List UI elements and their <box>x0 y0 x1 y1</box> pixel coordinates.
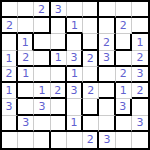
cell-r5c3[interactable] <box>34 67 50 83</box>
cell-r4c8[interactable] <box>116 51 132 67</box>
given-digit: 2 <box>87 85 94 96</box>
cell-r8c6[interactable] <box>83 116 99 132</box>
cell-r9c5[interactable] <box>67 132 83 148</box>
cell-r5c6[interactable] <box>83 67 99 83</box>
cell-r4c9[interactable]: 2 <box>132 51 148 67</box>
cell-r4c4[interactable]: 1 <box>51 51 67 67</box>
cell-r3c6[interactable] <box>83 34 99 50</box>
given-digit: 1 <box>136 37 143 48</box>
given-digit: 3 <box>22 117 29 128</box>
given-digit: 3 <box>55 4 62 15</box>
cell-r3c2[interactable]: 1 <box>18 34 34 50</box>
given-digit: 3 <box>103 52 110 63</box>
cell-r3c1[interactable] <box>2 34 18 50</box>
cell-r9c3[interactable] <box>34 132 50 148</box>
cell-r3c8[interactable] <box>116 34 132 50</box>
cell-r7c6[interactable] <box>83 99 99 115</box>
cell-r6c8[interactable]: 1 <box>116 83 132 99</box>
cell-r6c2[interactable] <box>18 83 34 99</box>
cell-r2c3[interactable] <box>34 18 50 34</box>
cell-r8c9[interactable]: 3 <box>132 116 148 132</box>
cell-r1c1[interactable] <box>2 2 18 18</box>
given-digit: 1 <box>55 52 62 63</box>
given-digit: 1 <box>120 85 127 96</box>
given-digit: 2 <box>87 134 94 145</box>
cell-r1c3[interactable]: 2 <box>34 2 50 18</box>
cell-r1c9[interactable] <box>132 2 148 18</box>
cell-r2c5[interactable]: 1 <box>67 18 83 34</box>
cell-r6c5[interactable]: 3 <box>67 83 83 99</box>
cell-r5c4[interactable] <box>51 67 67 83</box>
cell-r7c3[interactable]: 3 <box>34 99 50 115</box>
cell-r9c9[interactable] <box>132 132 148 148</box>
cell-r2c8[interactable]: 2 <box>116 18 132 34</box>
cell-r1c4[interactable]: 3 <box>51 2 67 18</box>
cell-r9c2[interactable] <box>18 132 34 148</box>
cell-r5c1[interactable]: 2 <box>2 67 18 83</box>
given-digit: 1 <box>6 53 13 64</box>
cell-r2c1[interactable]: 2 <box>2 18 18 34</box>
cell-r4c5[interactable]: 3 <box>67 51 83 67</box>
cell-r5c2[interactable]: 1 <box>18 67 34 83</box>
cell-r7c8[interactable]: 3 <box>116 99 132 115</box>
given-digit: 2 <box>136 52 143 63</box>
cell-r9c7[interactable]: 3 <box>99 132 115 148</box>
cell-r9c1[interactable] <box>2 132 18 148</box>
cell-r3c7[interactable]: 2 <box>99 34 115 50</box>
cell-r8c5[interactable]: 1 <box>67 116 83 132</box>
cell-r1c8[interactable] <box>116 2 132 18</box>
cell-r7c9[interactable] <box>132 99 148 115</box>
given-digit: 3 <box>6 101 13 112</box>
cell-r6c3[interactable]: 1 <box>34 83 50 99</box>
cell-r3c4[interactable] <box>51 34 67 50</box>
cell-r2c2[interactable] <box>18 18 34 34</box>
given-digit: 3 <box>70 52 77 63</box>
given-digit: 1 <box>6 85 13 96</box>
cell-r9c8[interactable] <box>116 132 132 148</box>
given-digit: 1 <box>71 68 78 79</box>
cell-r6c9[interactable]: 2 <box>132 83 148 99</box>
given-digit: 3 <box>136 68 143 79</box>
given-digit: 1 <box>22 37 29 48</box>
cell-r3c9[interactable]: 1 <box>132 34 148 50</box>
cell-r4c2[interactable]: 2 <box>18 51 34 67</box>
cell-r4c3[interactable] <box>34 51 50 67</box>
cell-r5c5[interactable]: 1 <box>67 67 83 83</box>
given-digit: 2 <box>38 4 45 15</box>
cell-r8c3[interactable] <box>34 116 50 132</box>
cell-r9c4[interactable] <box>51 132 67 148</box>
cell-r4c7[interactable]: 3 <box>99 51 115 67</box>
given-digit: 2 <box>6 20 13 31</box>
given-digit: 3 <box>103 134 110 145</box>
cell-r1c2[interactable] <box>18 2 34 18</box>
cell-r1c7[interactable] <box>99 2 115 18</box>
cell-r1c6[interactable] <box>83 2 99 18</box>
cell-r2c7[interactable] <box>99 18 115 34</box>
puzzle-board: 23212121121323221123112321233331323 <box>0 0 150 150</box>
cell-r3c5[interactable] <box>67 34 83 50</box>
cell-r4c1[interactable]: 1 <box>2 51 18 67</box>
given-digit: 2 <box>87 53 94 64</box>
given-digit: 2 <box>136 85 143 96</box>
cell-r7c4[interactable] <box>51 99 67 115</box>
given-digit: 1 <box>71 20 78 31</box>
cell-r6c6[interactable]: 2 <box>83 83 99 99</box>
cell-r8c7[interactable] <box>99 116 115 132</box>
given-digit: 3 <box>119 101 126 112</box>
cell-r8c4[interactable] <box>51 116 67 132</box>
cell-r4c6[interactable]: 2 <box>83 51 99 67</box>
cell-r5c8[interactable]: 2 <box>116 67 132 83</box>
cell-r3c3[interactable] <box>34 34 50 50</box>
cell-r2c9[interactable] <box>132 18 148 34</box>
given-digit: 1 <box>39 85 46 96</box>
given-digit: 1 <box>22 68 29 79</box>
cell-r7c7[interactable] <box>99 99 115 115</box>
cell-r2c4[interactable] <box>51 18 67 34</box>
given-digit: 2 <box>6 68 13 79</box>
cell-r8c2[interactable]: 3 <box>18 116 34 132</box>
given-digit: 2 <box>120 20 127 31</box>
cell-r7c5[interactable] <box>67 99 83 115</box>
cell-r7c2[interactable] <box>18 99 34 115</box>
cell-r8c1[interactable] <box>2 116 18 132</box>
given-digit: 2 <box>54 85 61 96</box>
cell-r7c1[interactable]: 3 <box>2 99 18 115</box>
cell-r5c9[interactable]: 3 <box>132 67 148 83</box>
cell-r9c6[interactable]: 2 <box>83 132 99 148</box>
cell-r6c1[interactable]: 1 <box>2 83 18 99</box>
given-digit: 2 <box>22 52 29 63</box>
cell-r6c7[interactable] <box>99 83 115 99</box>
given-digit: 2 <box>120 68 127 79</box>
given-digit: 2 <box>103 37 110 48</box>
given-digit: 1 <box>70 117 77 128</box>
cell-r1c5[interactable] <box>67 2 83 18</box>
given-digit: 3 <box>70 85 77 96</box>
given-digit: 3 <box>39 101 46 112</box>
given-digit: 3 <box>136 117 143 128</box>
cell-r6c4[interactable]: 2 <box>51 83 67 99</box>
cell-r5c7[interactable] <box>99 67 115 83</box>
cell-r8c8[interactable] <box>116 116 132 132</box>
cell-r2c6[interactable] <box>83 18 99 34</box>
